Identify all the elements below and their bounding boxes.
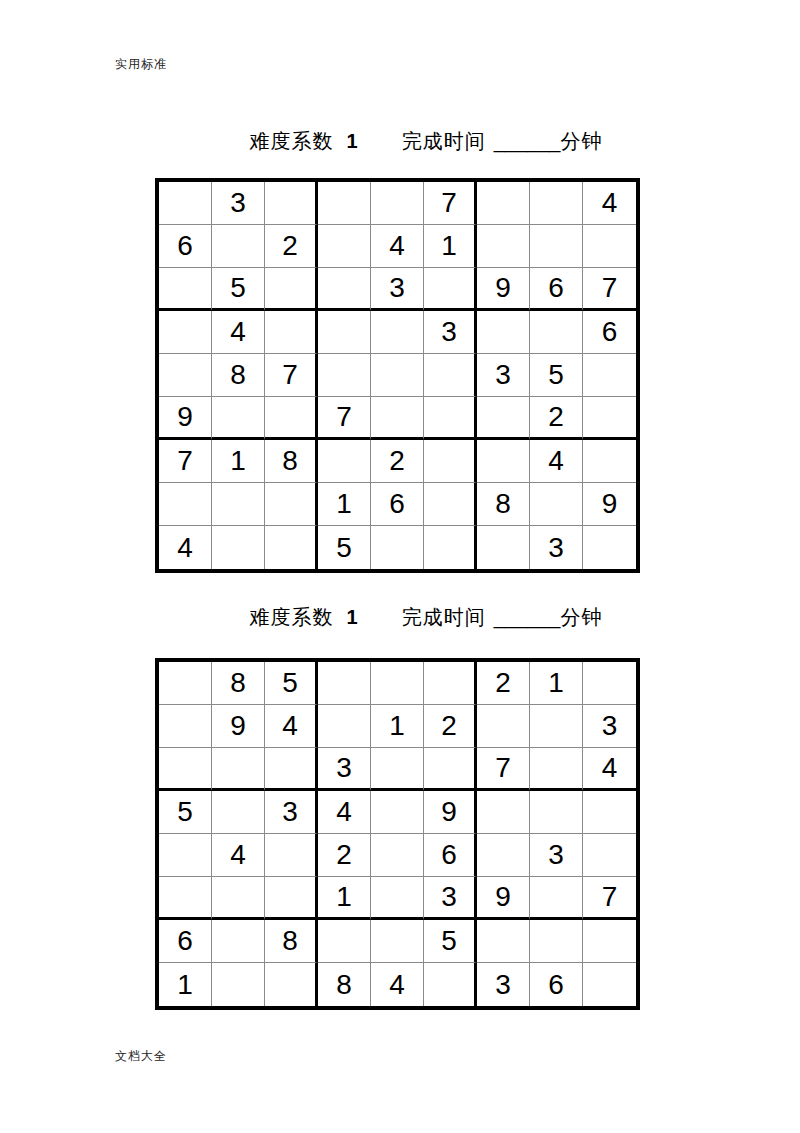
time-blank: ______ xyxy=(494,130,561,152)
cell-r6c7 xyxy=(477,397,530,440)
sudoku-board-2: 85219412337453494263139768518436 xyxy=(155,658,640,1010)
cell-r5c4 xyxy=(318,354,371,397)
cell-r8c7: 8 xyxy=(477,483,530,526)
cell-r9c2 xyxy=(212,526,265,569)
cell-r7c8: 4 xyxy=(530,440,583,483)
cell-r6c6 xyxy=(424,397,477,440)
cell-r1c8: 1 xyxy=(530,662,583,705)
cell-r5c6: 6 xyxy=(424,834,477,877)
cell-r1c8 xyxy=(530,182,583,225)
cell-r9c5 xyxy=(371,526,424,569)
cell-r4c8 xyxy=(530,791,583,834)
cell-r9c3 xyxy=(265,526,318,569)
cell-r6c8 xyxy=(530,877,583,920)
cell-r6c5 xyxy=(371,877,424,920)
cell-r8c2 xyxy=(212,483,265,526)
cell-r8c3 xyxy=(265,483,318,526)
cell-r3c6 xyxy=(424,748,477,791)
cell-r6c8: 2 xyxy=(530,397,583,440)
cell-r4c9: 6 xyxy=(583,311,636,354)
cell-r7c7 xyxy=(477,440,530,483)
cell-r6c3 xyxy=(265,397,318,440)
cell-r1c7 xyxy=(477,182,530,225)
cell-r7c1: 6 xyxy=(159,920,212,963)
cell-r8c8: 6 xyxy=(530,963,583,1006)
cell-r4c5 xyxy=(371,311,424,354)
cell-r6c2 xyxy=(212,877,265,920)
cell-r6c4: 1 xyxy=(318,877,371,920)
cell-r2c9 xyxy=(583,225,636,268)
cell-r8c3 xyxy=(265,963,318,1006)
cell-r5c2: 4 xyxy=(212,834,265,877)
cell-r1c6 xyxy=(424,662,477,705)
cell-r7c3: 8 xyxy=(265,440,318,483)
cell-r3c3 xyxy=(265,748,318,791)
cell-r4c6: 9 xyxy=(424,791,477,834)
cell-r1c1 xyxy=(159,662,212,705)
cell-r1c5 xyxy=(371,662,424,705)
cell-r9c6 xyxy=(424,526,477,569)
cell-r9c9 xyxy=(583,526,636,569)
cell-r1c9: 4 xyxy=(583,182,636,225)
cell-r4c1 xyxy=(159,311,212,354)
cell-r2c5: 1 xyxy=(371,705,424,748)
minutes-label: 分钟 xyxy=(560,606,602,628)
cell-r2c2: 9 xyxy=(212,705,265,748)
cell-r4c7 xyxy=(477,311,530,354)
cell-r2c3: 2 xyxy=(265,225,318,268)
cell-r8c2 xyxy=(212,963,265,1006)
cell-r3c7: 9 xyxy=(477,268,530,311)
cell-r5c7: 3 xyxy=(477,354,530,397)
puzzle-1-title: 难度系数1完成时间______分钟 xyxy=(26,128,800,155)
cell-r6c7: 9 xyxy=(477,877,530,920)
cell-r2c8 xyxy=(530,705,583,748)
cell-r5c9 xyxy=(583,354,636,397)
cell-r7c7 xyxy=(477,920,530,963)
cell-r1c4 xyxy=(318,662,371,705)
cell-r1c2: 8 xyxy=(212,662,265,705)
cell-r4c3: 3 xyxy=(265,791,318,834)
cell-r3c2: 5 xyxy=(212,268,265,311)
cell-r1c5 xyxy=(371,182,424,225)
cell-r9c7 xyxy=(477,526,530,569)
cell-r7c6 xyxy=(424,440,477,483)
cell-r4c2: 4 xyxy=(212,311,265,354)
cell-r6c6: 3 xyxy=(424,877,477,920)
cell-r8c4: 1 xyxy=(318,483,371,526)
cell-r5c5 xyxy=(371,834,424,877)
cell-r5c3 xyxy=(265,834,318,877)
difficulty-label: 难度系数 xyxy=(250,606,334,628)
cell-r4c2 xyxy=(212,791,265,834)
cell-r8c8 xyxy=(530,483,583,526)
cell-r3c6 xyxy=(424,268,477,311)
time-blank: ______ xyxy=(494,606,561,628)
cell-r3c8: 6 xyxy=(530,268,583,311)
cell-r1c3 xyxy=(265,182,318,225)
cell-r3c1 xyxy=(159,748,212,791)
cell-r4c5 xyxy=(371,791,424,834)
cell-r3c1 xyxy=(159,268,212,311)
cell-r2c2 xyxy=(212,225,265,268)
cell-r2c6: 2 xyxy=(424,705,477,748)
cell-r3c5 xyxy=(371,748,424,791)
cell-r8c7: 3 xyxy=(477,963,530,1006)
cell-r6c9 xyxy=(583,397,636,440)
cell-r2c1: 6 xyxy=(159,225,212,268)
page-footer-label: 文档大全 xyxy=(115,1048,167,1065)
cell-r7c2 xyxy=(212,920,265,963)
difficulty-value: 1 xyxy=(347,606,358,628)
cell-r5c4: 2 xyxy=(318,834,371,877)
cell-r2c3: 4 xyxy=(265,705,318,748)
cell-r9c1: 4 xyxy=(159,526,212,569)
cell-r6c2 xyxy=(212,397,265,440)
cell-r1c9 xyxy=(583,662,636,705)
cell-r3c4 xyxy=(318,268,371,311)
cell-r7c2: 1 xyxy=(212,440,265,483)
cell-r5c1 xyxy=(159,354,212,397)
cell-r2c7 xyxy=(477,225,530,268)
difficulty-value: 1 xyxy=(347,130,358,152)
cell-r1c6: 7 xyxy=(424,182,477,225)
minutes-label: 分钟 xyxy=(560,130,602,152)
cell-r1c7: 2 xyxy=(477,662,530,705)
cell-r4c7 xyxy=(477,791,530,834)
puzzle-2-title: 难度系数1完成时间______分钟 xyxy=(26,604,800,631)
cell-r5c9 xyxy=(583,834,636,877)
cell-r3c9: 7 xyxy=(583,268,636,311)
cell-r7c9 xyxy=(583,920,636,963)
cell-r5c3: 7 xyxy=(265,354,318,397)
cell-r1c1 xyxy=(159,182,212,225)
cell-r8c5: 4 xyxy=(371,963,424,1006)
cell-r3c4: 3 xyxy=(318,748,371,791)
cell-r4c4: 4 xyxy=(318,791,371,834)
cell-r7c5 xyxy=(371,920,424,963)
cell-r8c9 xyxy=(583,963,636,1006)
cell-r7c3: 8 xyxy=(265,920,318,963)
cell-r3c3 xyxy=(265,268,318,311)
cell-r9c8: 3 xyxy=(530,526,583,569)
cell-r4c1: 5 xyxy=(159,791,212,834)
cell-r4c3 xyxy=(265,311,318,354)
cell-r6c1 xyxy=(159,877,212,920)
cell-r5c8: 5 xyxy=(530,354,583,397)
cell-r5c8: 3 xyxy=(530,834,583,877)
sudoku-board-1: 3746241539674368735972718241689453 xyxy=(155,178,640,573)
cell-r6c4: 7 xyxy=(318,397,371,440)
cell-r7c9 xyxy=(583,440,636,483)
cell-r2c8 xyxy=(530,225,583,268)
cell-r2c9: 3 xyxy=(583,705,636,748)
cell-r2c4 xyxy=(318,705,371,748)
cell-r5c6 xyxy=(424,354,477,397)
difficulty-label: 难度系数 xyxy=(250,130,334,152)
cell-r5c5 xyxy=(371,354,424,397)
time-label: 完成时间 xyxy=(402,606,486,628)
cell-r8c6 xyxy=(424,483,477,526)
cell-r5c7 xyxy=(477,834,530,877)
cell-r5c2: 8 xyxy=(212,354,265,397)
cell-r3c5: 3 xyxy=(371,268,424,311)
cell-r2c1 xyxy=(159,705,212,748)
cell-r4c8 xyxy=(530,311,583,354)
cell-r7c1: 7 xyxy=(159,440,212,483)
cell-r4c4 xyxy=(318,311,371,354)
cell-r3c7: 7 xyxy=(477,748,530,791)
cell-r3c9: 4 xyxy=(583,748,636,791)
cell-r1c2: 3 xyxy=(212,182,265,225)
page-header-label: 实用标准 xyxy=(115,56,167,73)
cell-r2c7 xyxy=(477,705,530,748)
cell-r8c6 xyxy=(424,963,477,1006)
cell-r4c9 xyxy=(583,791,636,834)
cell-r7c6: 5 xyxy=(424,920,477,963)
cell-r7c5: 2 xyxy=(371,440,424,483)
cell-r2c5: 4 xyxy=(371,225,424,268)
cell-r7c4 xyxy=(318,440,371,483)
cell-r8c1 xyxy=(159,483,212,526)
cell-r6c5 xyxy=(371,397,424,440)
cell-r2c4 xyxy=(318,225,371,268)
cell-r2c6: 1 xyxy=(424,225,477,268)
cell-r8c5: 6 xyxy=(371,483,424,526)
cell-r7c8 xyxy=(530,920,583,963)
time-label: 完成时间 xyxy=(402,130,486,152)
cell-r5c1 xyxy=(159,834,212,877)
cell-r6c3 xyxy=(265,877,318,920)
cell-r3c8 xyxy=(530,748,583,791)
cell-r8c9: 9 xyxy=(583,483,636,526)
cell-r1c3: 5 xyxy=(265,662,318,705)
cell-r8c1: 1 xyxy=(159,963,212,1006)
cell-r6c1: 9 xyxy=(159,397,212,440)
cell-r4c6: 3 xyxy=(424,311,477,354)
cell-r3c2 xyxy=(212,748,265,791)
cell-r7c4 xyxy=(318,920,371,963)
cell-r1c4 xyxy=(318,182,371,225)
cell-r9c4: 5 xyxy=(318,526,371,569)
cell-r6c9: 7 xyxy=(583,877,636,920)
cell-r8c4: 8 xyxy=(318,963,371,1006)
